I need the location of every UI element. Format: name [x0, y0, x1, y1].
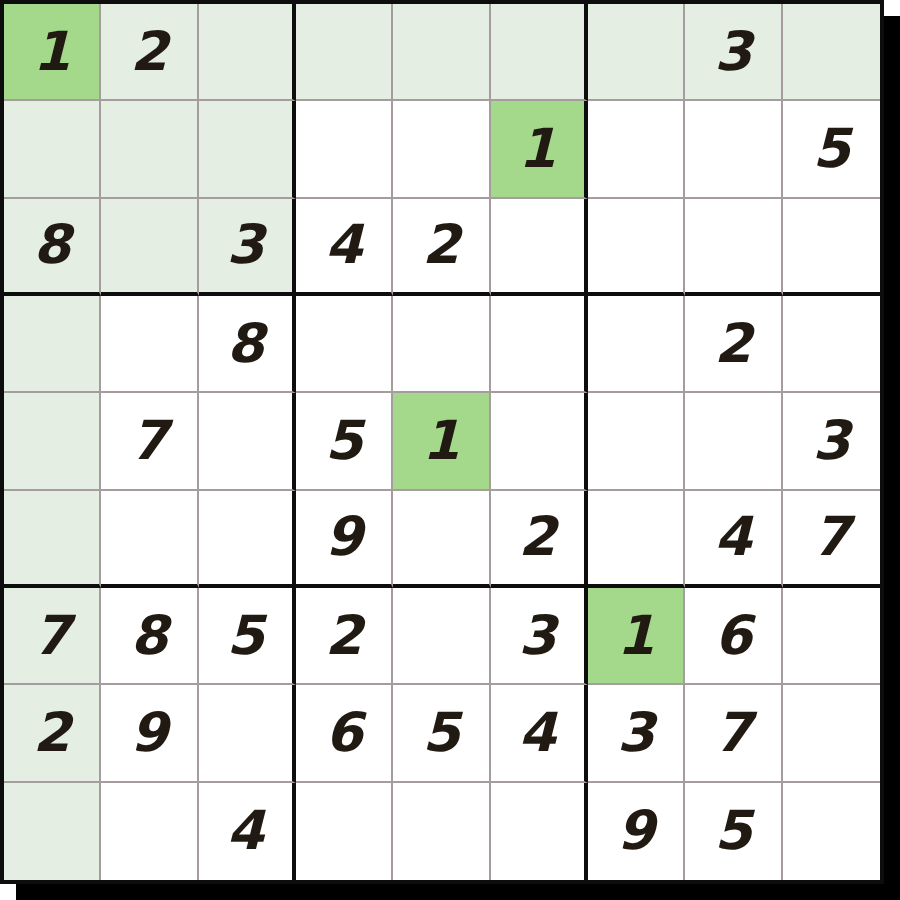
cell-r9c9[interactable] [783, 783, 880, 880]
cell-r6c3[interactable] [199, 491, 296, 588]
cell-r1c7[interactable] [588, 4, 685, 101]
cell-r7c2[interactable]: 8 [101, 588, 198, 685]
cell-r4c1[interactable] [4, 296, 101, 393]
cell-r3c7[interactable] [588, 199, 685, 296]
cell-r9c5[interactable] [393, 783, 490, 880]
cell-r2c7[interactable] [588, 101, 685, 198]
cell-r1c1[interactable]: 1 [4, 4, 101, 101]
cell-r9c1[interactable] [4, 783, 101, 880]
cell-r4c3[interactable]: 8 [199, 296, 296, 393]
cell-r8c8[interactable]: 7 [685, 685, 782, 782]
cell-r2c3[interactable] [199, 101, 296, 198]
cell-r5c5[interactable]: 1 [393, 393, 490, 490]
cell-r2c9[interactable]: 5 [783, 101, 880, 198]
cell-r3c2[interactable] [101, 199, 198, 296]
cell-r3c5[interactable]: 2 [393, 199, 490, 296]
cell-r1c5[interactable] [393, 4, 490, 101]
cell-r3c4[interactable]: 4 [296, 199, 393, 296]
cell-r3c8[interactable] [685, 199, 782, 296]
sudoku-board: 123158342827513924778523162965437495 [0, 0, 884, 884]
cell-r8c6[interactable]: 4 [491, 685, 588, 782]
cell-r5c4[interactable]: 5 [296, 393, 393, 490]
cell-r1c6[interactable] [491, 4, 588, 101]
cell-r9c3[interactable]: 4 [199, 783, 296, 880]
cell-r5c3[interactable] [199, 393, 296, 490]
cell-r8c2[interactable]: 9 [101, 685, 198, 782]
cell-r9c6[interactable] [491, 783, 588, 880]
cell-r8c4[interactable]: 6 [296, 685, 393, 782]
cell-r7c6[interactable]: 3 [491, 588, 588, 685]
cell-r6c7[interactable] [588, 491, 685, 588]
cell-r9c8[interactable]: 5 [685, 783, 782, 880]
cell-r7c9[interactable] [783, 588, 880, 685]
cell-r9c2[interactable] [101, 783, 198, 880]
cell-r4c8[interactable]: 2 [685, 296, 782, 393]
cell-r6c5[interactable] [393, 491, 490, 588]
cell-r6c8[interactable]: 4 [685, 491, 782, 588]
cell-r8c1[interactable]: 2 [4, 685, 101, 782]
cell-r2c2[interactable] [101, 101, 198, 198]
cell-r2c6[interactable]: 1 [491, 101, 588, 198]
cell-r7c4[interactable]: 2 [296, 588, 393, 685]
cell-r3c3[interactable]: 3 [199, 199, 296, 296]
cell-r5c1[interactable] [4, 393, 101, 490]
cell-r5c6[interactable] [491, 393, 588, 490]
cell-r9c4[interactable] [296, 783, 393, 880]
cell-r2c5[interactable] [393, 101, 490, 198]
cell-r9c7[interactable]: 9 [588, 783, 685, 880]
cell-r8c3[interactable] [199, 685, 296, 782]
cell-r8c9[interactable] [783, 685, 880, 782]
cell-r5c7[interactable] [588, 393, 685, 490]
cell-r7c3[interactable]: 5 [199, 588, 296, 685]
cell-r5c2[interactable]: 7 [101, 393, 198, 490]
cell-r6c6[interactable]: 2 [491, 491, 588, 588]
sudoku-grid: 123158342827513924778523162965437495 [4, 4, 880, 880]
cell-r3c9[interactable] [783, 199, 880, 296]
cell-r4c7[interactable] [588, 296, 685, 393]
cell-r4c6[interactable] [491, 296, 588, 393]
cell-r4c4[interactable] [296, 296, 393, 393]
cell-r5c8[interactable] [685, 393, 782, 490]
cell-r2c1[interactable] [4, 101, 101, 198]
cell-r3c1[interactable]: 8 [4, 199, 101, 296]
cell-r1c3[interactable] [199, 4, 296, 101]
cell-r5c9[interactable]: 3 [783, 393, 880, 490]
cell-r4c5[interactable] [393, 296, 490, 393]
cell-r2c4[interactable] [296, 101, 393, 198]
cell-r1c9[interactable] [783, 4, 880, 101]
cell-r3c6[interactable] [491, 199, 588, 296]
cell-r1c4[interactable] [296, 4, 393, 101]
cell-r6c1[interactable] [4, 491, 101, 588]
cell-r7c1[interactable]: 7 [4, 588, 101, 685]
cell-r4c9[interactable] [783, 296, 880, 393]
cell-r4c2[interactable] [101, 296, 198, 393]
sudoku-page: 123158342827513924778523162965437495 [0, 0, 900, 900]
cell-r1c8[interactable]: 3 [685, 4, 782, 101]
cell-r6c4[interactable]: 9 [296, 491, 393, 588]
cell-r7c7[interactable]: 1 [588, 588, 685, 685]
cell-r7c5[interactable] [393, 588, 490, 685]
cell-r8c5[interactable]: 5 [393, 685, 490, 782]
cell-r2c8[interactable] [685, 101, 782, 198]
cell-r1c2[interactable]: 2 [101, 4, 198, 101]
cell-r7c8[interactable]: 6 [685, 588, 782, 685]
cell-r8c7[interactable]: 3 [588, 685, 685, 782]
cell-r6c9[interactable]: 7 [783, 491, 880, 588]
cell-r6c2[interactable] [101, 491, 198, 588]
